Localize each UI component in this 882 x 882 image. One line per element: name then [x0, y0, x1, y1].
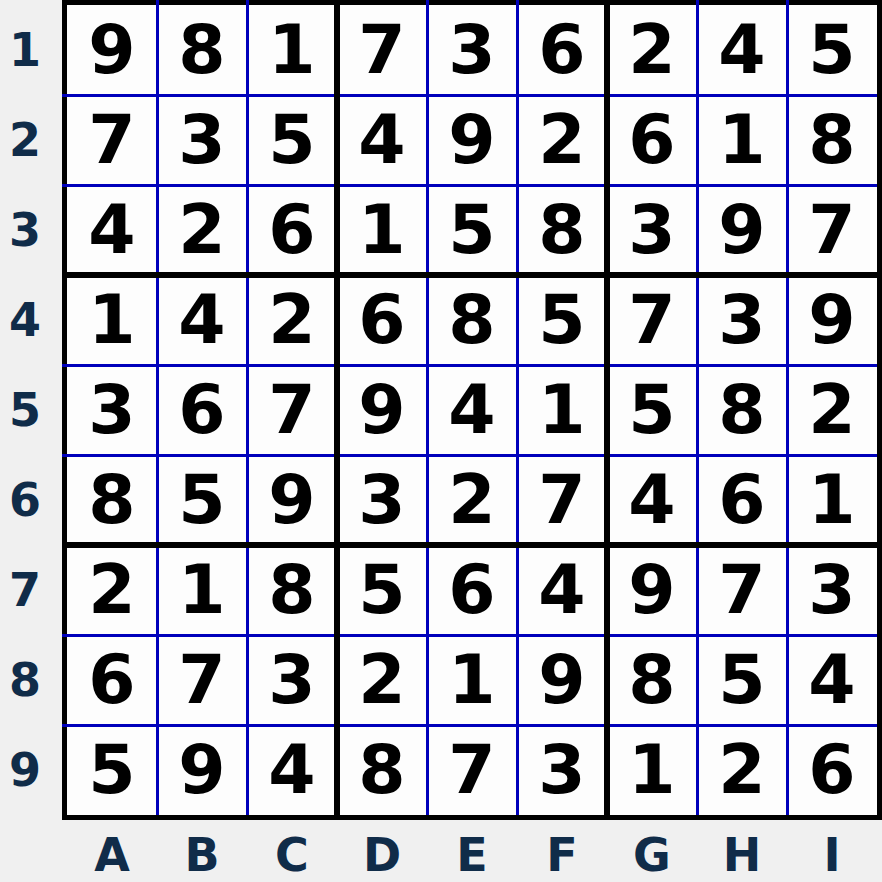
col-label-B: B — [157, 818, 247, 882]
row-label-4: 4 — [0, 275, 50, 365]
cell-A3[interactable]: 4 — [67, 185, 157, 275]
cell-C1[interactable]: 1 — [247, 5, 337, 95]
cell-I4[interactable]: 9 — [787, 275, 877, 365]
cell-A2[interactable]: 7 — [67, 95, 157, 185]
cell-H1[interactable]: 4 — [697, 5, 787, 95]
cell-I5[interactable]: 2 — [787, 365, 877, 455]
col-label-C: C — [247, 818, 337, 882]
col-label-D: D — [337, 818, 427, 882]
cell-F8[interactable]: 9 — [517, 635, 607, 725]
cell-I6[interactable]: 1 — [787, 455, 877, 545]
cell-B4[interactable]: 4 — [157, 275, 247, 365]
row-label-7: 7 — [0, 545, 50, 635]
row-label-8: 8 — [0, 635, 50, 725]
cell-H4[interactable]: 3 — [697, 275, 787, 365]
cell-E4[interactable]: 8 — [427, 275, 517, 365]
sudoku-cells: 9817362457354926184261583971426857393679… — [67, 5, 877, 815]
cell-A6[interactable]: 8 — [67, 455, 157, 545]
cell-B5[interactable]: 6 — [157, 365, 247, 455]
cell-I1[interactable]: 5 — [787, 5, 877, 95]
cell-G4[interactable]: 7 — [607, 275, 697, 365]
row-label-6: 6 — [0, 455, 50, 545]
cell-F7[interactable]: 4 — [517, 545, 607, 635]
cell-E1[interactable]: 3 — [427, 5, 517, 95]
cell-C8[interactable]: 3 — [247, 635, 337, 725]
cell-I9[interactable]: 6 — [787, 725, 877, 815]
cell-I3[interactable]: 7 — [787, 185, 877, 275]
cell-F9[interactable]: 3 — [517, 725, 607, 815]
cell-F4[interactable]: 5 — [517, 275, 607, 365]
cell-A5[interactable]: 3 — [67, 365, 157, 455]
cell-D3[interactable]: 1 — [337, 185, 427, 275]
cell-C7[interactable]: 8 — [247, 545, 337, 635]
cell-C5[interactable]: 7 — [247, 365, 337, 455]
cell-G2[interactable]: 6 — [607, 95, 697, 185]
col-label-G: G — [607, 818, 697, 882]
cell-D9[interactable]: 8 — [337, 725, 427, 815]
row-label-1: 1 — [0, 5, 50, 95]
cell-H6[interactable]: 6 — [697, 455, 787, 545]
cell-H7[interactable]: 7 — [697, 545, 787, 635]
cell-C6[interactable]: 9 — [247, 455, 337, 545]
cell-E3[interactable]: 5 — [427, 185, 517, 275]
cell-H8[interactable]: 5 — [697, 635, 787, 725]
cell-I8[interactable]: 4 — [787, 635, 877, 725]
cell-D6[interactable]: 3 — [337, 455, 427, 545]
cell-F5[interactable]: 1 — [517, 365, 607, 455]
cell-B6[interactable]: 5 — [157, 455, 247, 545]
row-labels: 123456789 — [0, 5, 50, 815]
col-label-I: I — [787, 818, 877, 882]
cell-C3[interactable]: 6 — [247, 185, 337, 275]
cell-D2[interactable]: 4 — [337, 95, 427, 185]
row-label-2: 2 — [0, 95, 50, 185]
cell-F2[interactable]: 2 — [517, 95, 607, 185]
col-label-H: H — [697, 818, 787, 882]
row-label-5: 5 — [0, 365, 50, 455]
cell-F3[interactable]: 8 — [517, 185, 607, 275]
col-label-E: E — [427, 818, 517, 882]
cell-D4[interactable]: 6 — [337, 275, 427, 365]
row-label-3: 3 — [0, 185, 50, 275]
cell-B9[interactable]: 9 — [157, 725, 247, 815]
cell-F1[interactable]: 6 — [517, 5, 607, 95]
cell-G6[interactable]: 4 — [607, 455, 697, 545]
column-labels: ABCDEFGHI — [67, 818, 877, 882]
cell-A4[interactable]: 1 — [67, 275, 157, 365]
cell-E7[interactable]: 6 — [427, 545, 517, 635]
cell-H2[interactable]: 1 — [697, 95, 787, 185]
cell-D1[interactable]: 7 — [337, 5, 427, 95]
col-label-F: F — [517, 818, 607, 882]
cell-G5[interactable]: 5 — [607, 365, 697, 455]
cell-B3[interactable]: 2 — [157, 185, 247, 275]
cell-E9[interactable]: 7 — [427, 725, 517, 815]
cell-E5[interactable]: 4 — [427, 365, 517, 455]
cell-A9[interactable]: 5 — [67, 725, 157, 815]
cell-A1[interactable]: 9 — [67, 5, 157, 95]
cell-E8[interactable]: 1 — [427, 635, 517, 725]
col-label-A: A — [67, 818, 157, 882]
cell-D5[interactable]: 9 — [337, 365, 427, 455]
cell-C2[interactable]: 5 — [247, 95, 337, 185]
row-label-9: 9 — [0, 725, 50, 815]
cell-D7[interactable]: 5 — [337, 545, 427, 635]
cell-G9[interactable]: 1 — [607, 725, 697, 815]
cell-H3[interactable]: 9 — [697, 185, 787, 275]
cell-C4[interactable]: 2 — [247, 275, 337, 365]
sudoku-board: 9817362457354926184261583971426857393679… — [62, 0, 882, 820]
cell-A7[interactable]: 2 — [67, 545, 157, 635]
cell-B1[interactable]: 8 — [157, 5, 247, 95]
cell-I7[interactable]: 3 — [787, 545, 877, 635]
cell-C9[interactable]: 4 — [247, 725, 337, 815]
cell-B8[interactable]: 7 — [157, 635, 247, 725]
cell-B2[interactable]: 3 — [157, 95, 247, 185]
cell-G1[interactable]: 2 — [607, 5, 697, 95]
cell-F6[interactable]: 7 — [517, 455, 607, 545]
cell-B7[interactable]: 1 — [157, 545, 247, 635]
cell-G7[interactable]: 9 — [607, 545, 697, 635]
cell-G8[interactable]: 8 — [607, 635, 697, 725]
cell-G3[interactable]: 3 — [607, 185, 697, 275]
cell-E6[interactable]: 2 — [427, 455, 517, 545]
cell-D8[interactable]: 2 — [337, 635, 427, 725]
cell-H9[interactable]: 2 — [697, 725, 787, 815]
cell-A8[interactable]: 6 — [67, 635, 157, 725]
cell-H5[interactable]: 8 — [697, 365, 787, 455]
cell-E2[interactable]: 9 — [427, 95, 517, 185]
cell-I2[interactable]: 8 — [787, 95, 877, 185]
